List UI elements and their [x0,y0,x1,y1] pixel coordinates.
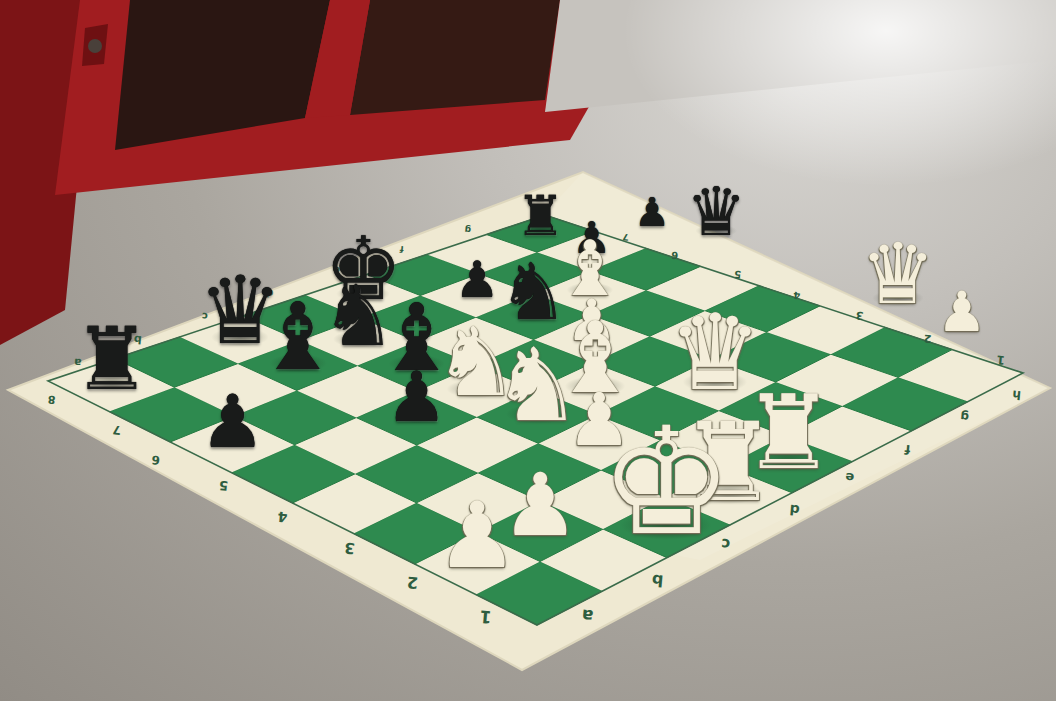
black-bishop-1[interactable]: ♝ [256,291,339,384]
black-rook-queenside[interactable]: ♜ [73,316,150,402]
white-spare-queen[interactable]: ♛ [860,233,935,317]
white-king[interactable]: ♚ [600,409,733,557]
black-spare-queen[interactable]: ♛ [686,179,746,246]
photo-scene: 12345678abcdefgh1234567abcdefg ♚♛♜♜♝♝♞♞♟… [0,0,1056,701]
white-spare-pawn[interactable]: ♟ [937,284,987,340]
black-pawn-c[interactable]: ♟ [385,362,447,431]
black-pawn-f[interactable]: ♟ [455,255,500,306]
black-pawn-a[interactable]: ♟ [200,385,266,458]
pieces-layer: ♚♛♜♜♝♝♞♞♟♟♟♟♚♛♜♜♝♝♞♞♟♟♟♟♛♟♛♟ [0,0,1056,701]
white-pawn-a[interactable]: ♟ [436,490,518,581]
black-spare-pawn[interactable]: ♟ [634,193,670,233]
